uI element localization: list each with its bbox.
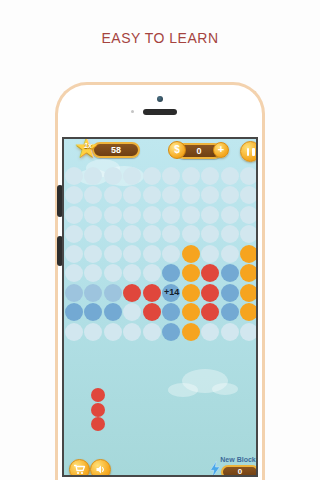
grid-cell-empty[interactable] [123, 264, 141, 282]
grid-cell-empty[interactable] [240, 225, 258, 243]
grid-cell-empty[interactable] [65, 264, 83, 282]
grid-cell-empty[interactable] [104, 225, 122, 243]
grid-cell-empty[interactable] [123, 303, 141, 321]
grid-cell-orange[interactable] [240, 245, 258, 263]
pause-icon [241, 142, 258, 161]
grid-cell-empty[interactable] [143, 225, 161, 243]
grid-cell-empty[interactable] [221, 225, 239, 243]
grid-cell-empty[interactable] [84, 206, 102, 224]
grid-cell-empty[interactable] [201, 206, 219, 224]
grid-cell-lightblue[interactable] [84, 284, 102, 302]
grid-cell-blue[interactable] [221, 284, 239, 302]
speaker-icon [95, 464, 107, 475]
grid-cell-empty[interactable] [201, 245, 219, 263]
grid-cell-empty[interactable] [104, 245, 122, 263]
grid-cell-red[interactable] [201, 264, 219, 282]
grid-cell-empty[interactable] [240, 186, 258, 204]
hud-bar: 58 ★ 1x 0 $ + [64, 139, 256, 162]
grid-cell-empty[interactable] [162, 225, 180, 243]
grid-cell-empty[interactable] [162, 167, 180, 185]
grid-cell-empty[interactable] [221, 245, 239, 263]
sensor-dot-icon [131, 110, 134, 113]
grid-cell-empty[interactable] [143, 186, 161, 204]
grid-cell-empty[interactable] [143, 167, 161, 185]
grid-cell-empty[interactable] [221, 206, 239, 224]
next-piece-dot [91, 388, 105, 402]
grid-cell-empty[interactable] [84, 186, 102, 204]
sound-button[interactable] [90, 459, 111, 477]
game-screen: 58 ★ 1x 0 $ + +14 New Block [62, 137, 258, 477]
grid-cell-empty[interactable] [65, 206, 83, 224]
grid-cell-empty[interactable] [84, 323, 102, 341]
grid-cell-empty[interactable] [123, 186, 141, 204]
grid-cell-red[interactable] [143, 284, 161, 302]
marketing-screenshot: EASY TO LEARN 58 ★ 1x 0 $ + +14 [0, 0, 320, 480]
game-grid [64, 166, 258, 342]
grid-cell-empty[interactable] [240, 323, 258, 341]
grid-cell-empty[interactable] [84, 167, 102, 185]
grid-cell-empty[interactable] [162, 206, 180, 224]
grid-cell-empty[interactable] [104, 206, 122, 224]
grid-cell-empty[interactable] [201, 323, 219, 341]
bonus-points-label: +14 [164, 287, 179, 297]
add-coins-button[interactable]: + [213, 142, 229, 158]
grid-cell-empty[interactable] [182, 167, 200, 185]
grid-cell-empty[interactable] [123, 245, 141, 263]
grid-cell-blue[interactable] [221, 264, 239, 282]
grid-cell-empty[interactable] [143, 206, 161, 224]
grid-cell-empty[interactable] [104, 186, 122, 204]
cloud-decoration [212, 383, 238, 395]
grid-cell-empty[interactable] [221, 167, 239, 185]
grid-cell-empty[interactable] [182, 186, 200, 204]
grid-cell-empty[interactable] [201, 225, 219, 243]
cart-icon [74, 464, 86, 475]
grid-cell-empty[interactable] [240, 167, 258, 185]
grid-cell-blue[interactable] [162, 264, 180, 282]
grid-cell-empty[interactable] [182, 206, 200, 224]
grid-cell-empty[interactable] [65, 167, 83, 185]
next-piece-dot [91, 417, 105, 431]
lightning-icon [210, 461, 221, 477]
grid-cell-empty[interactable] [201, 167, 219, 185]
grid-cell-empty[interactable] [84, 264, 102, 282]
shop-button[interactable] [69, 459, 90, 477]
grid-cell-empty[interactable] [221, 186, 239, 204]
grid-cell-empty[interactable] [65, 225, 83, 243]
grid-cell-red[interactable] [123, 284, 141, 302]
grid-cell-empty[interactable] [143, 245, 161, 263]
grid-cell-empty[interactable] [84, 245, 102, 263]
grid-cell-empty[interactable] [123, 206, 141, 224]
grid-cell-orange[interactable] [182, 323, 200, 341]
pause-button[interactable] [240, 141, 258, 162]
grid-cell-orange[interactable] [240, 303, 258, 321]
grid-cell-blue[interactable] [104, 303, 122, 321]
grid-cell-orange[interactable] [240, 264, 258, 282]
grid-cell-empty[interactable] [123, 167, 141, 185]
grid-cell-blue[interactable] [162, 303, 180, 321]
grid-cell-empty[interactable] [123, 225, 141, 243]
cloud-decoration [168, 383, 198, 397]
grid-cell-lightblue[interactable] [65, 284, 83, 302]
grid-cell-empty[interactable] [104, 323, 122, 341]
grid-cell-empty[interactable] [104, 167, 122, 185]
multiplier-badge: 1x [84, 142, 92, 149]
grid-cell-orange[interactable] [182, 284, 200, 302]
grid-cell-orange[interactable] [240, 284, 258, 302]
grid-cell-empty[interactable] [162, 186, 180, 204]
grid-cell-blue[interactable] [84, 303, 102, 321]
score-value: 58 [92, 142, 140, 158]
grid-cell-empty[interactable] [104, 264, 122, 282]
next-piece-dot [91, 403, 105, 417]
grid-cell-blue[interactable] [162, 323, 180, 341]
grid-cell-empty[interactable] [240, 206, 258, 224]
coin-icon: $ [168, 141, 186, 159]
grid-cell-orange[interactable] [182, 303, 200, 321]
grid-cell-red[interactable] [201, 284, 219, 302]
speaker-grill-icon [143, 109, 177, 115]
next-piece[interactable] [91, 388, 105, 432]
grid-cell-empty[interactable] [65, 245, 83, 263]
grid-cell-empty[interactable] [65, 323, 83, 341]
new-block-label: New Block [218, 456, 258, 463]
grid-cell-lightblue[interactable] [104, 284, 122, 302]
grid-cell-empty[interactable] [84, 225, 102, 243]
grid-cell-empty[interactable] [182, 225, 200, 243]
grid-cell-empty[interactable] [143, 264, 161, 282]
page-title: EASY TO LEARN [0, 30, 320, 46]
grid-cell-blue[interactable] [65, 303, 83, 321]
grid-cell-orange[interactable] [182, 245, 200, 263]
grid-cell-empty[interactable] [65, 186, 83, 204]
grid-cell-empty[interactable] [221, 323, 239, 341]
grid-cell-empty[interactable] [162, 245, 180, 263]
grid-cell-empty[interactable] [143, 323, 161, 341]
new-block-count: 0 [221, 465, 258, 477]
camera-icon [157, 96, 163, 102]
grid-cell-empty[interactable] [123, 323, 141, 341]
grid-cell-empty[interactable] [201, 186, 219, 204]
grid-cell-red[interactable] [143, 303, 161, 321]
grid-cell-blue[interactable] [221, 303, 239, 321]
grid-cell-red[interactable] [201, 303, 219, 321]
grid-cell-orange[interactable] [182, 264, 200, 282]
